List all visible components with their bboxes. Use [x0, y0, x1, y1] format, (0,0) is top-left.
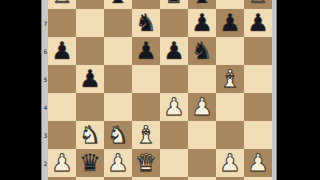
square-b5[interactable]: ♟: [76, 65, 104, 93]
square-b3[interactable]: ♞: [76, 121, 104, 149]
rank-label-2: 2: [42, 160, 48, 167]
square-b8[interactable]: [76, 0, 104, 9]
square-a3[interactable]: [48, 121, 76, 149]
square-d2[interactable]: ♛: [132, 149, 160, 177]
square-d1[interactable]: [132, 177, 160, 180]
square-e8[interactable]: ♚: [160, 0, 188, 9]
black-pawn[interactable]: ♟: [135, 37, 157, 65]
square-g1[interactable]: ♚: [216, 177, 244, 180]
black-pawn[interactable]: ♟: [163, 37, 185, 65]
black-pawn[interactable]: ♟: [219, 9, 241, 37]
black-rook[interactable]: ♜: [51, 0, 73, 9]
square-h4[interactable]: [244, 93, 272, 121]
square-f1[interactable]: ♜: [188, 177, 216, 180]
square-a1[interactable]: ♜: [48, 177, 76, 180]
white-pawn[interactable]: ♟: [107, 149, 129, 177]
square-f5[interactable]: [188, 65, 216, 93]
white-pawn[interactable]: ♟: [51, 149, 73, 177]
square-c8[interactable]: ♝: [104, 0, 132, 9]
square-c2[interactable]: ♟: [104, 149, 132, 177]
white-pawn[interactable]: ♟: [163, 93, 185, 121]
square-c1[interactable]: [104, 177, 132, 180]
square-e1[interactable]: [160, 177, 188, 180]
square-f7[interactable]: ♟: [188, 9, 216, 37]
white-rook[interactable]: ♜: [191, 177, 213, 180]
black-king[interactable]: ♚: [163, 0, 185, 9]
square-c7[interactable]: [104, 9, 132, 37]
white-knight[interactable]: ♞: [107, 121, 129, 149]
black-pawn[interactable]: ♟: [247, 9, 269, 37]
square-g6[interactable]: [216, 37, 244, 65]
white-knight[interactable]: ♞: [79, 121, 101, 149]
black-pawn[interactable]: ♟: [79, 65, 101, 93]
video-frame: 87654321 ♜♝♚♝♜♞♟♟♟♟♟♟♞♟♝♟♟♞♞♝♟♛♟♛♟♟♜♜♚: [0, 0, 320, 180]
square-h5[interactable]: [244, 65, 272, 93]
rank-label-4: 4: [42, 104, 48, 111]
square-h6[interactable]: [244, 37, 272, 65]
square-h2[interactable]: ♟: [244, 149, 272, 177]
square-h3[interactable]: [244, 121, 272, 149]
rank-coordinates-gutter: 87654321: [41, 0, 48, 180]
square-e7[interactable]: [160, 9, 188, 37]
black-bishop[interactable]: ♝: [107, 0, 129, 9]
square-c3[interactable]: ♞: [104, 121, 132, 149]
square-a7[interactable]: [48, 9, 76, 37]
square-a6[interactable]: ♟: [48, 37, 76, 65]
square-f6[interactable]: ♞: [188, 37, 216, 65]
square-e4[interactable]: ♟: [160, 93, 188, 121]
square-g3[interactable]: [216, 121, 244, 149]
white-pawn[interactable]: ♟: [219, 149, 241, 177]
black-pawn[interactable]: ♟: [191, 9, 213, 37]
square-d7[interactable]: ♞: [132, 9, 160, 37]
black-rook[interactable]: ♜: [247, 0, 269, 9]
white-pawn[interactable]: ♟: [191, 93, 213, 121]
rank-label-6: 6: [42, 48, 48, 55]
square-e2[interactable]: [160, 149, 188, 177]
square-e3[interactable]: [160, 121, 188, 149]
square-d8[interactable]: [132, 0, 160, 9]
square-g7[interactable]: ♟: [216, 9, 244, 37]
square-g2[interactable]: ♟: [216, 149, 244, 177]
square-f3[interactable]: [188, 121, 216, 149]
square-g5[interactable]: ♝: [216, 65, 244, 93]
square-f8[interactable]: ♝: [188, 0, 216, 9]
square-g4[interactable]: [216, 93, 244, 121]
square-c6[interactable]: [104, 37, 132, 65]
square-b4[interactable]: [76, 93, 104, 121]
square-h7[interactable]: ♟: [244, 9, 272, 37]
black-knight[interactable]: ♞: [191, 37, 213, 65]
square-c5[interactable]: [104, 65, 132, 93]
rank-label-7: 7: [42, 20, 48, 27]
white-rook[interactable]: ♜: [51, 177, 73, 180]
square-a2[interactable]: ♟: [48, 149, 76, 177]
white-queen[interactable]: ♛: [135, 149, 157, 177]
square-g8[interactable]: [216, 0, 244, 9]
square-h1[interactable]: [244, 177, 272, 180]
square-a8[interactable]: ♜: [48, 0, 76, 9]
square-h8[interactable]: ♜: [244, 0, 272, 9]
rank-label-3: 3: [42, 132, 48, 139]
square-e6[interactable]: ♟: [160, 37, 188, 65]
white-bishop[interactable]: ♝: [135, 121, 157, 149]
white-pawn[interactable]: ♟: [247, 149, 269, 177]
square-f2[interactable]: [188, 149, 216, 177]
square-d6[interactable]: ♟: [132, 37, 160, 65]
square-e5[interactable]: [160, 65, 188, 93]
white-king[interactable]: ♚: [219, 177, 241, 180]
board-viewport: ♜♝♚♝♜♞♟♟♟♟♟♟♞♟♝♟♟♞♞♝♟♛♟♛♟♟♜♜♚: [48, 0, 272, 180]
rank-label-5: 5: [42, 76, 48, 83]
square-a5[interactable]: [48, 65, 76, 93]
square-b2[interactable]: ♛: [76, 149, 104, 177]
black-pawn[interactable]: ♟: [51, 37, 73, 65]
black-bishop[interactable]: ♝: [191, 0, 213, 9]
chess-board: ♜♝♚♝♜♞♟♟♟♟♟♟♞♟♝♟♟♞♞♝♟♛♟♛♟♟♜♜♚: [48, 0, 272, 180]
black-knight[interactable]: ♞: [135, 9, 157, 37]
square-b7[interactable]: [76, 9, 104, 37]
square-f4[interactable]: ♟: [188, 93, 216, 121]
square-a4[interactable]: [48, 93, 76, 121]
square-d5[interactable]: [132, 65, 160, 93]
board-right-border: [272, 0, 277, 180]
square-b1[interactable]: [76, 177, 104, 180]
square-d4[interactable]: [132, 93, 160, 121]
square-d3[interactable]: ♝: [132, 121, 160, 149]
square-c4[interactable]: [104, 93, 132, 121]
square-b6[interactable]: [76, 37, 104, 65]
white-bishop[interactable]: ♝: [219, 65, 241, 93]
black-queen[interactable]: ♛: [79, 149, 101, 177]
